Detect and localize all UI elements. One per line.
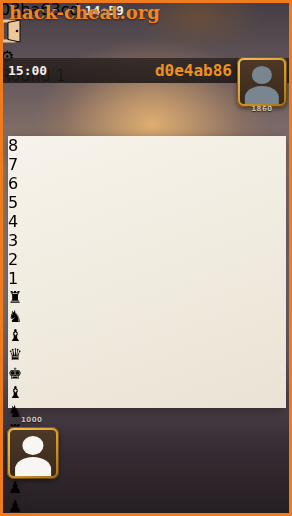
rank-label-8: 8: [8, 136, 286, 155]
square-c8[interactable]: ♝: [8, 326, 286, 345]
square-d8[interactable]: ♛: [8, 345, 286, 364]
square-g8[interactable]: ♞: [8, 402, 286, 421]
rank-label-7: 7: [8, 155, 286, 174]
rank-label-4: 4: [8, 212, 286, 231]
rank-label-6: 6: [8, 174, 286, 193]
square-a8[interactable]: ♜: [8, 288, 286, 307]
opponent-rating: 1860: [237, 105, 287, 113]
watermark: hack-cheat.org: [9, 2, 160, 23]
paper-sheet: 87654321 ♜♞♝♛♚♝♞♜♟♟♟♟♟♟♟♟♟♟♟♟♟♟♟♟♜♞♝♛♚♝♞…: [8, 136, 286, 408]
rank-labels: 87654321: [8, 136, 286, 288]
opponent-name: d0e4ab86: [155, 61, 232, 80]
black-king[interactable]: ♚: [8, 364, 22, 383]
player-rating: 1000: [21, 416, 42, 424]
rank-label-2: 2: [8, 250, 286, 269]
chess-board[interactable]: ♜♞♝♛♚♝♞♜♟♟♟♟♟♟♟♟♟♟♟♟♟♟♟♟♜♞♝♛♚♝♞♜: [8, 288, 286, 516]
exit-button[interactable]: [0, 19, 292, 47]
game-screen: hack-cheat.org 15:00 d0e4ab86 1860 87654…: [0, 0, 292, 516]
square-b8[interactable]: ♞: [8, 307, 286, 326]
player-avatar[interactable]: [7, 427, 59, 479]
black-bishop[interactable]: ♝: [8, 326, 22, 345]
rank-label-5: 5: [8, 193, 286, 212]
opponent-clock: 15:00: [8, 63, 47, 78]
person-icon: [10, 430, 56, 476]
black-pawn[interactable]: ♟: [8, 497, 22, 516]
black-rook[interactable]: ♜: [8, 288, 22, 307]
black-pawn[interactable]: ♟: [8, 478, 22, 497]
black-queen[interactable]: ♛: [8, 345, 22, 364]
square-f8[interactable]: ♝: [8, 383, 286, 402]
person-icon: [240, 60, 284, 104]
rank-label-3: 3: [8, 231, 286, 250]
black-knight[interactable]: ♞: [8, 307, 22, 326]
square-d7[interactable]: ♟: [8, 497, 286, 516]
opponent-avatar[interactable]: [237, 57, 287, 107]
square-e8[interactable]: ♚: [8, 364, 286, 383]
rank-label-1: 1: [8, 269, 286, 288]
square-c7[interactable]: ♟: [8, 478, 286, 497]
paper-background: 87654321 ♜♞♝♛♚♝♞♜♟♟♟♟♟♟♟♟♟♟♟♟♟♟♟♟♜♞♝♛♚♝♞…: [8, 136, 286, 408]
black-bishop[interactable]: ♝: [8, 383, 22, 402]
